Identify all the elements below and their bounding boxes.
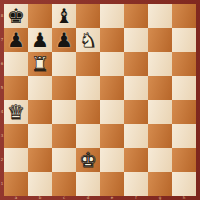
square-f7[interactable]: [124, 28, 148, 52]
black-bishop[interactable]: ♝: [55, 4, 73, 28]
square-d3[interactable]: [76, 124, 100, 148]
black-pawn[interactable]: ♟: [7, 28, 25, 52]
square-e3[interactable]: [100, 124, 124, 148]
square-f1[interactable]: [124, 172, 148, 196]
square-h6[interactable]: [172, 52, 196, 76]
square-c3[interactable]: [52, 124, 76, 148]
square-h2[interactable]: [172, 148, 196, 172]
black-king[interactable]: ♚: [7, 4, 25, 28]
square-b5[interactable]: [28, 76, 52, 100]
square-c6[interactable]: [52, 52, 76, 76]
square-a8[interactable]: ♚: [4, 4, 28, 28]
square-a1[interactable]: [4, 172, 28, 196]
square-g4[interactable]: [148, 100, 172, 124]
square-d7[interactable]: ♞: [76, 28, 100, 52]
square-f8[interactable]: [124, 4, 148, 28]
square-h7[interactable]: [172, 28, 196, 52]
square-f3[interactable]: [124, 124, 148, 148]
square-d6[interactable]: [76, 52, 100, 76]
white-queen[interactable]: ♛: [7, 100, 25, 124]
chess-app: ♚♝♟♟♟♞♜♛♚ 87654321abcdefgh: [0, 0, 200, 200]
square-e8[interactable]: [100, 4, 124, 28]
square-d1[interactable]: [76, 172, 100, 196]
square-c5[interactable]: [52, 76, 76, 100]
white-king[interactable]: ♚: [79, 148, 97, 172]
chess-board[interactable]: ♚♝♟♟♟♞♜♛♚: [4, 4, 196, 196]
square-a4[interactable]: ♛: [4, 100, 28, 124]
square-b6[interactable]: ♜: [28, 52, 52, 76]
square-f4[interactable]: [124, 100, 148, 124]
square-e5[interactable]: [100, 76, 124, 100]
square-e2[interactable]: [100, 148, 124, 172]
square-b4[interactable]: [28, 100, 52, 124]
square-d2[interactable]: ♚: [76, 148, 100, 172]
square-d8[interactable]: [76, 4, 100, 28]
white-rook[interactable]: ♜: [31, 52, 49, 76]
square-c7[interactable]: ♟: [52, 28, 76, 52]
square-d4[interactable]: [76, 100, 100, 124]
square-g6[interactable]: [148, 52, 172, 76]
square-b8[interactable]: [28, 4, 52, 28]
square-c8[interactable]: ♝: [52, 4, 76, 28]
white-knight[interactable]: ♞: [79, 28, 97, 52]
black-pawn[interactable]: ♟: [31, 28, 49, 52]
square-b2[interactable]: [28, 148, 52, 172]
square-g3[interactable]: [148, 124, 172, 148]
square-a2[interactable]: [4, 148, 28, 172]
square-e1[interactable]: [100, 172, 124, 196]
square-b3[interactable]: [28, 124, 52, 148]
square-g1[interactable]: [148, 172, 172, 196]
square-a7[interactable]: ♟: [4, 28, 28, 52]
square-c1[interactable]: [52, 172, 76, 196]
square-a5[interactable]: [4, 76, 28, 100]
square-h1[interactable]: [172, 172, 196, 196]
square-c4[interactable]: [52, 100, 76, 124]
square-c2[interactable]: [52, 148, 76, 172]
square-g7[interactable]: [148, 28, 172, 52]
square-e4[interactable]: [100, 100, 124, 124]
square-g2[interactable]: [148, 148, 172, 172]
square-h3[interactable]: [172, 124, 196, 148]
square-f5[interactable]: [124, 76, 148, 100]
square-b1[interactable]: [28, 172, 52, 196]
square-a3[interactable]: [4, 124, 28, 148]
square-e6[interactable]: [100, 52, 124, 76]
square-h5[interactable]: [172, 76, 196, 100]
black-pawn[interactable]: ♟: [55, 28, 73, 52]
square-e7[interactable]: [100, 28, 124, 52]
square-a6[interactable]: [4, 52, 28, 76]
square-f2[interactable]: [124, 148, 148, 172]
square-g5[interactable]: [148, 76, 172, 100]
square-h4[interactable]: [172, 100, 196, 124]
square-g8[interactable]: [148, 4, 172, 28]
square-d5[interactable]: [76, 76, 100, 100]
square-b7[interactable]: ♟: [28, 28, 52, 52]
square-f6[interactable]: [124, 52, 148, 76]
square-h8[interactable]: [172, 4, 196, 28]
